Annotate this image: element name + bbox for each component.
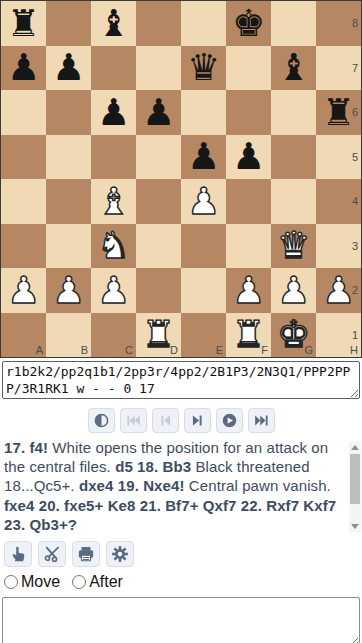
square-b6[interactable] [46,90,91,135]
square-c8[interactable]: ♝ [91,1,136,46]
file-label-E: E [216,344,223,356]
tool-buttons [4,541,362,567]
square-f1[interactable]: F♜ [226,313,271,358]
square-h4[interactable]: 4 [316,179,361,224]
square-h2[interactable]: 2♟ [316,268,361,313]
square-d7[interactable] [136,46,181,91]
square-a6[interactable] [1,90,46,135]
square-f4[interactable] [226,179,271,224]
hand-icon [9,545,27,563]
square-c6[interactable]: ♟ [91,90,136,135]
square-c2[interactable]: ♟ [91,268,136,313]
white-pawn: ♟ [277,272,310,309]
radio-move-input[interactable] [4,575,18,589]
jump-to-end-icon [253,412,270,429]
white-king: ♚ [277,316,310,353]
step-back-button[interactable] [152,408,179,433]
radio-move-label: Move [21,573,60,591]
square-d8[interactable] [136,1,181,46]
file-label-H: H [350,344,358,356]
rank-label-5: 5 [352,151,358,163]
annotation-scrollbar [349,441,361,532]
jump-to-end-button[interactable] [248,408,275,433]
square-c3[interactable]: ♞ [91,224,136,269]
square-h8[interactable]: 8 [316,1,361,46]
rank-label-4: 4 [352,195,358,207]
black-pawn: ♟ [97,94,130,131]
radio-after-label: After [89,573,123,591]
square-g5[interactable] [271,135,316,180]
file-label-A: A [36,344,43,356]
square-b3[interactable] [46,224,91,269]
square-d5[interactable] [136,135,181,180]
comment-position-options: Move After [4,573,362,591]
chess-board: ♜♝♚8♟♟♛♝7♟♟6♜♟♟5♝♟4♞♛3♟♟♟♟♟2♟ABCD♜EF♜G♚1… [0,0,362,358]
print-button[interactable] [72,541,100,567]
white-pawn: ♟ [187,183,220,220]
square-e7[interactable]: ♛ [181,46,226,91]
square-c4[interactable]: ♝ [91,179,136,224]
square-h1[interactable]: 1H [316,313,361,358]
jump-to-start-button[interactable] [120,408,147,433]
square-f2[interactable]: ♟ [226,268,271,313]
rank-label-8: 8 [352,17,358,29]
square-a8[interactable]: ♜ [1,1,46,46]
step-forward-button[interactable] [184,408,211,433]
rank-label-6: 6 [352,106,358,118]
black-pawn: ♟ [52,49,85,86]
radio-after-input[interactable] [72,575,86,589]
fen-input[interactable]: r1b2k2/pp2q1b1/2pp3r/4pp2/2B1P3/2N3Q1/PP… [2,361,360,399]
square-e3[interactable] [181,224,226,269]
square-c7[interactable] [91,46,136,91]
square-b7[interactable]: ♟ [46,46,91,91]
square-d3[interactable] [136,224,181,269]
black-pawn: ♟ [142,94,175,131]
square-b8[interactable] [46,1,91,46]
square-e8[interactable] [181,1,226,46]
file-label-D: D [170,344,178,356]
square-e5[interactable]: ♟ [181,135,226,180]
black-rook: ♜ [7,5,40,42]
radio-move[interactable]: Move [4,573,60,591]
square-h6[interactable]: 6♜ [316,90,361,135]
rank-label-3: 3 [352,240,358,252]
square-d4[interactable] [136,179,181,224]
square-h3[interactable]: 3 [316,224,361,269]
square-c5[interactable] [91,135,136,180]
square-b1[interactable]: B [46,313,91,358]
hand-tool-button[interactable] [4,541,32,567]
square-g6[interactable] [271,90,316,135]
play-icon [221,412,238,429]
black-bishop: ♝ [277,49,310,86]
playback-controls [0,408,362,433]
square-h7[interactable]: 7 [316,46,361,91]
square-h5[interactable]: 5 [316,135,361,180]
white-pawn: ♟ [97,272,130,309]
flip-board-button[interactable] [88,408,115,433]
black-queen: ♛ [187,49,220,86]
square-e1[interactable]: E [181,313,226,358]
settings-button[interactable] [106,541,134,567]
square-g8[interactable] [271,1,316,46]
scroll-up-arrow[interactable] [349,441,361,453]
square-g3[interactable]: ♛ [271,224,316,269]
square-f6[interactable] [226,90,271,135]
white-pawn: ♟ [322,272,355,309]
file-label-G: G [304,344,313,356]
printer-icon [77,545,95,563]
black-pawn: ♟ [232,138,265,175]
scrollbar-thumb[interactable] [350,454,360,504]
square-b4[interactable] [46,179,91,224]
black-pawn: ♟ [7,49,40,86]
white-knight: ♞ [97,227,130,264]
square-c1[interactable]: C [91,313,136,358]
square-d1[interactable]: D♜ [136,313,181,358]
square-g7[interactable]: ♝ [271,46,316,91]
white-rook: ♜ [232,316,265,353]
white-pawn: ♟ [52,272,85,309]
square-e4[interactable]: ♟ [181,179,226,224]
square-a5[interactable] [1,135,46,180]
step-forward-icon [189,412,206,429]
file-label-F: F [261,344,268,356]
square-a2[interactable]: ♟ [1,268,46,313]
annotation-text: 17. f4! White opens the position for an … [0,438,362,535]
square-g4[interactable] [271,179,316,224]
white-bishop: ♝ [97,183,130,220]
autoplay-button[interactable] [216,408,243,433]
scissors-icon [43,545,61,563]
square-d6[interactable]: ♟ [136,90,181,135]
black-bishop: ♝ [97,5,130,42]
cut-button[interactable] [38,541,66,567]
square-a7[interactable]: ♟ [1,46,46,91]
annotation-panel: 17. f4! White opens the position for an … [0,438,362,535]
rank-label-1: 1 [352,329,358,341]
white-rook: ♜ [142,316,175,353]
gear-icon [111,545,129,563]
square-d2[interactable] [136,268,181,313]
flip-board-icon [93,412,110,429]
square-f7[interactable] [226,46,271,91]
rank-label-7: 7 [352,62,358,74]
white-pawn: ♟ [232,272,265,309]
black-pawn: ♟ [187,138,220,175]
file-label-C: C [125,344,133,356]
file-label-B: B [81,344,88,356]
white-pawn: ♟ [7,272,40,309]
scroll-down-arrow[interactable] [349,520,361,532]
jump-to-start-icon [125,412,142,429]
square-g2[interactable]: ♟ [271,268,316,313]
comment-input[interactable] [2,597,360,643]
rank-label-2: 2 [352,284,358,296]
black-rook: ♜ [322,94,355,131]
square-b2[interactable]: ♟ [46,268,91,313]
square-g1[interactable]: G♚ [271,313,316,358]
radio-after[interactable]: After [72,573,123,591]
square-b5[interactable] [46,135,91,180]
square-a3[interactable] [1,224,46,269]
square-a4[interactable] [1,179,46,224]
square-e2[interactable] [181,268,226,313]
white-queen: ♛ [277,227,310,264]
square-f3[interactable] [226,224,271,269]
step-back-icon [157,412,174,429]
square-e6[interactable] [181,90,226,135]
square-a1[interactable]: A [1,313,46,358]
square-f5[interactable]: ♟ [226,135,271,180]
black-king: ♚ [232,5,265,42]
square-f8[interactable]: ♚ [226,1,271,46]
